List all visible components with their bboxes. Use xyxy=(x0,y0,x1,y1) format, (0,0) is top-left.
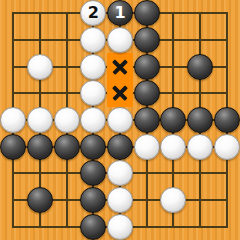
board-cell[interactable] xyxy=(27,213,54,240)
board-cell[interactable] xyxy=(160,27,187,54)
board-cell[interactable] xyxy=(0,213,27,240)
board-cell[interactable] xyxy=(187,27,214,54)
board-cell[interactable] xyxy=(187,160,214,187)
board-cell[interactable] xyxy=(0,107,27,134)
white-stone xyxy=(80,27,106,53)
black-stone xyxy=(134,80,160,106)
board-cell[interactable] xyxy=(133,133,160,160)
x-mark xyxy=(111,58,129,76)
black-stone xyxy=(134,54,160,80)
white-stone xyxy=(107,27,133,53)
black-stone xyxy=(80,187,106,213)
board-cell[interactable] xyxy=(187,0,214,27)
board-cell[interactable] xyxy=(107,80,134,107)
board-cell[interactable] xyxy=(160,0,187,27)
board-cell[interactable] xyxy=(53,160,80,187)
board-cell[interactable] xyxy=(27,107,54,134)
black-stone xyxy=(54,134,80,160)
board-cell[interactable] xyxy=(107,213,134,240)
board-cell[interactable] xyxy=(0,160,27,187)
board-cell[interactable] xyxy=(80,133,107,160)
board-cell[interactable] xyxy=(27,80,54,107)
board-cell[interactable] xyxy=(213,27,240,54)
board-cell[interactable] xyxy=(133,187,160,214)
white-stone xyxy=(107,214,133,240)
black-stone xyxy=(134,27,160,53)
black-stone xyxy=(80,214,106,240)
board-cell[interactable] xyxy=(160,53,187,80)
white-stone xyxy=(0,107,26,133)
black-stone xyxy=(160,107,186,133)
board-cell[interactable] xyxy=(107,53,134,80)
board-cell[interactable] xyxy=(0,53,27,80)
board-cell[interactable] xyxy=(187,80,214,107)
board-cell[interactable] xyxy=(80,27,107,54)
black-stone xyxy=(134,0,160,26)
white-stone xyxy=(27,54,53,80)
white-stone: 2 xyxy=(80,0,106,26)
board-cell[interactable] xyxy=(187,53,214,80)
board-cell[interactable] xyxy=(27,27,54,54)
move-number: 1 xyxy=(114,5,125,21)
board-cell[interactable] xyxy=(0,133,27,160)
board-cell[interactable] xyxy=(53,213,80,240)
board-cell[interactable] xyxy=(53,133,80,160)
board-cell[interactable] xyxy=(213,160,240,187)
white-stone xyxy=(160,187,186,213)
board-cell[interactable] xyxy=(0,27,27,54)
board-cell[interactable] xyxy=(213,213,240,240)
board-cell[interactable] xyxy=(80,80,107,107)
board-cell[interactable] xyxy=(160,160,187,187)
x-mark xyxy=(111,84,129,102)
board-cell[interactable] xyxy=(133,0,160,27)
board-cell[interactable] xyxy=(80,107,107,134)
board-cell[interactable] xyxy=(160,107,187,134)
board-cell[interactable] xyxy=(27,187,54,214)
board-cell[interactable] xyxy=(80,160,107,187)
white-stone xyxy=(80,54,106,80)
black-stone xyxy=(0,134,26,160)
board-cell[interactable] xyxy=(27,133,54,160)
board-cell[interactable] xyxy=(133,213,160,240)
board-cell[interactable] xyxy=(187,213,214,240)
board-cell[interactable] xyxy=(213,133,240,160)
board-cell[interactable] xyxy=(53,80,80,107)
black-stone xyxy=(134,107,160,133)
board-cell[interactable] xyxy=(27,0,54,27)
white-stone xyxy=(214,134,240,160)
white-stone xyxy=(134,134,160,160)
white-stone xyxy=(27,107,53,133)
board-cell[interactable] xyxy=(80,187,107,214)
white-stone xyxy=(107,160,133,186)
board-cell[interactable] xyxy=(53,53,80,80)
board-cell[interactable] xyxy=(187,133,214,160)
board-cell[interactable] xyxy=(213,187,240,214)
board-cell[interactable] xyxy=(213,53,240,80)
board-cell[interactable] xyxy=(107,133,134,160)
board-cell[interactable] xyxy=(133,27,160,54)
board-cell[interactable] xyxy=(53,0,80,27)
black-stone xyxy=(107,134,133,160)
board-cell[interactable] xyxy=(133,107,160,134)
board-cell[interactable] xyxy=(213,107,240,134)
black-stone xyxy=(27,187,53,213)
board-cell[interactable] xyxy=(213,0,240,27)
board-cell[interactable] xyxy=(27,160,54,187)
black-stone xyxy=(80,134,106,160)
board-cell[interactable] xyxy=(80,53,107,80)
board-cell[interactable] xyxy=(133,53,160,80)
black-stone xyxy=(80,160,106,186)
board-cell[interactable] xyxy=(53,27,80,54)
black-stone xyxy=(214,107,240,133)
move-number: 2 xyxy=(88,5,99,21)
board-cell[interactable] xyxy=(187,187,214,214)
white-stone xyxy=(80,107,106,133)
board-cell[interactable] xyxy=(0,187,27,214)
board-cells: 21 xyxy=(0,0,240,240)
board-cell[interactable] xyxy=(187,107,214,134)
board-cell[interactable]: 1 xyxy=(107,0,134,27)
board-cell[interactable] xyxy=(107,187,134,214)
board-cell[interactable] xyxy=(160,187,187,214)
board-cell[interactable] xyxy=(160,133,187,160)
black-stone xyxy=(187,107,213,133)
go-board: 21 xyxy=(0,0,240,240)
black-stone xyxy=(27,134,53,160)
white-stone xyxy=(187,134,213,160)
white-stone xyxy=(160,134,186,160)
board-cell[interactable] xyxy=(160,213,187,240)
board-cell[interactable] xyxy=(80,213,107,240)
black-stone xyxy=(187,54,213,80)
white-stone xyxy=(80,80,106,106)
white-stone xyxy=(107,187,133,213)
board-cell[interactable] xyxy=(0,80,27,107)
board-cell[interactable] xyxy=(213,80,240,107)
board-cell[interactable] xyxy=(27,53,54,80)
board-cell[interactable] xyxy=(133,160,160,187)
board-cell[interactable] xyxy=(107,107,134,134)
board-cell[interactable] xyxy=(107,27,134,54)
white-stone xyxy=(107,107,133,133)
board-cell[interactable] xyxy=(107,160,134,187)
black-stone: 1 xyxy=(107,0,133,26)
white-stone xyxy=(54,107,80,133)
board-cell[interactable] xyxy=(53,107,80,134)
board-cell[interactable] xyxy=(0,0,27,27)
board-cell[interactable] xyxy=(133,80,160,107)
board-cell[interactable] xyxy=(160,80,187,107)
board-cell[interactable]: 2 xyxy=(80,0,107,27)
board-cell[interactable] xyxy=(53,187,80,214)
